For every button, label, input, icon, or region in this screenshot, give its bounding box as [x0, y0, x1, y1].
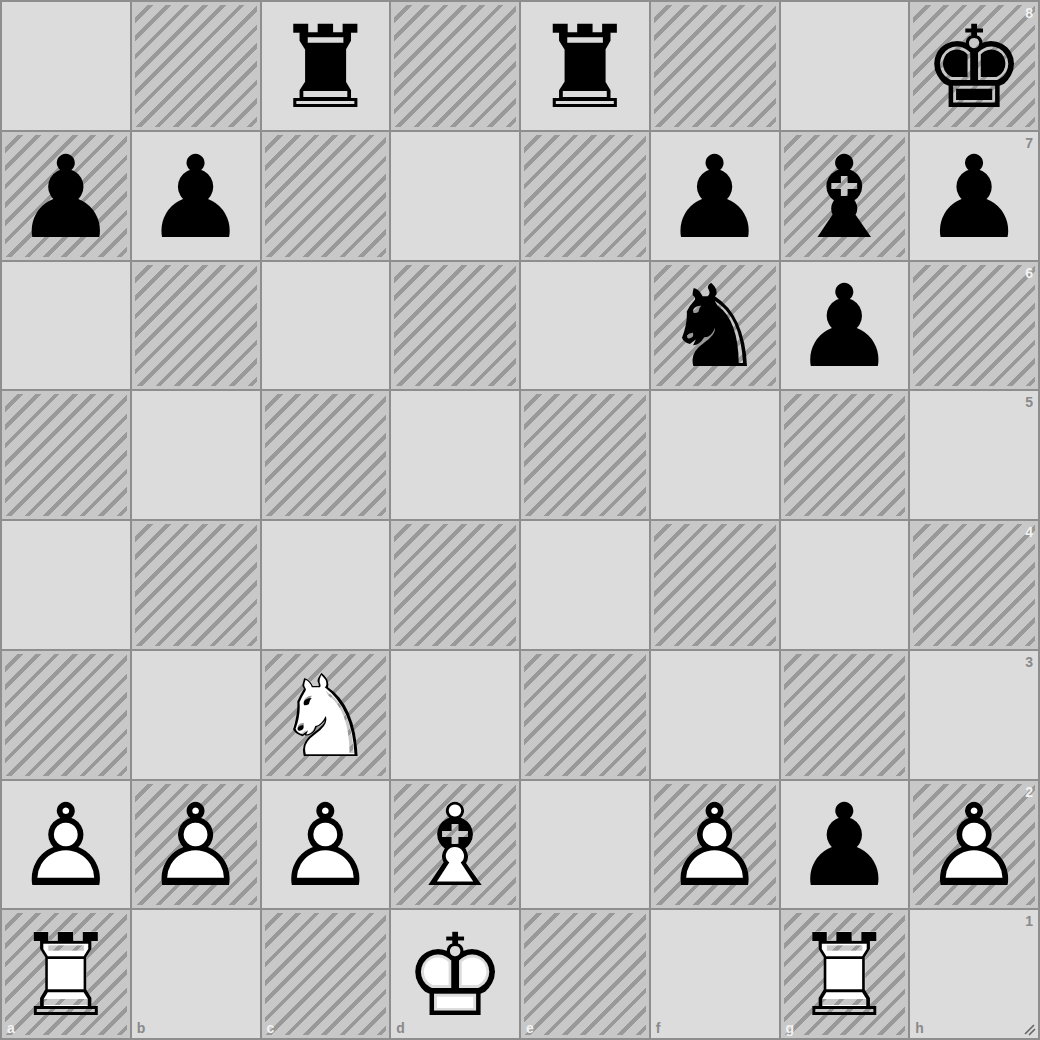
square-e5[interactable] — [521, 391, 649, 519]
white-pawn[interactable]: ♟♙ — [4, 789, 127, 903]
white-pawn[interactable]: ♟♙ — [653, 789, 776, 903]
square-b8[interactable] — [132, 2, 260, 130]
file-label-h: h — [915, 1020, 924, 1036]
white-bishop[interactable]: ♝♗ — [394, 789, 517, 903]
rank-label-3: 3 — [1025, 654, 1033, 670]
black-pawn[interactable]: ♟ — [4, 141, 127, 255]
square-d4[interactable] — [391, 521, 519, 649]
square-a8[interactable] — [2, 2, 130, 130]
square-g3[interactable] — [781, 651, 909, 779]
square-c8[interactable]: ♜ — [262, 2, 390, 130]
square-g7[interactable]: ♝ — [781, 132, 909, 260]
square-e7[interactable] — [521, 132, 649, 260]
rank-label-7: 7 — [1025, 135, 1033, 151]
square-d8[interactable] — [391, 2, 519, 130]
file-label-e: e — [526, 1020, 534, 1036]
square-a6[interactable] — [2, 262, 130, 390]
white-rook[interactable]: ♜♖ — [783, 919, 906, 1033]
square-h8[interactable]: ♚8 — [910, 2, 1038, 130]
square-b7[interactable]: ♟ — [132, 132, 260, 260]
file-label-f: f — [656, 1020, 661, 1036]
chess-board: ♜♜♚8♟♟♟♝♟7♞♟654♞♘3♟♙♟♙♟♙♝♗♟♙♟♟♙2♜♖abc♚♔d… — [0, 0, 1040, 1040]
white-pawn[interactable]: ♟♙ — [264, 789, 387, 903]
square-f2[interactable]: ♟♙ — [651, 781, 779, 909]
square-b6[interactable] — [132, 262, 260, 390]
square-c6[interactable] — [262, 262, 390, 390]
black-rook[interactable]: ♜ — [523, 11, 646, 125]
square-g4[interactable] — [781, 521, 909, 649]
square-e2[interactable] — [521, 781, 649, 909]
black-pawn[interactable]: ♟ — [913, 141, 1036, 255]
file-label-b: b — [137, 1020, 146, 1036]
square-c3[interactable]: ♞♘ — [262, 651, 390, 779]
square-b1[interactable]: b — [132, 910, 260, 1038]
square-d6[interactable] — [391, 262, 519, 390]
square-b3[interactable] — [132, 651, 260, 779]
square-h5[interactable]: 5 — [910, 391, 1038, 519]
rank-label-8: 8 — [1025, 5, 1033, 21]
square-c4[interactable] — [262, 521, 390, 649]
rank-label-1: 1 — [1025, 913, 1033, 929]
white-rook[interactable]: ♜♖ — [4, 919, 127, 1033]
square-g1[interactable]: ♜♖g — [781, 910, 909, 1038]
square-a7[interactable]: ♟ — [2, 132, 130, 260]
black-pawn[interactable]: ♟ — [134, 141, 257, 255]
square-g2[interactable]: ♟ — [781, 781, 909, 909]
square-f6[interactable]: ♞ — [651, 262, 779, 390]
board-resize-handle[interactable] — [1021, 1021, 1037, 1037]
square-e3[interactable] — [521, 651, 649, 779]
black-rook[interactable]: ♜ — [264, 11, 387, 125]
black-pawn[interactable]: ♟ — [783, 270, 906, 384]
white-pawn[interactable]: ♟♙ — [134, 789, 257, 903]
square-h6[interactable]: 6 — [910, 262, 1038, 390]
square-d2[interactable]: ♝♗ — [391, 781, 519, 909]
square-a4[interactable] — [2, 521, 130, 649]
square-c2[interactable]: ♟♙ — [262, 781, 390, 909]
square-d1[interactable]: ♚♔d — [391, 910, 519, 1038]
resize-icon — [1021, 1021, 1037, 1037]
square-f7[interactable]: ♟ — [651, 132, 779, 260]
rank-label-2: 2 — [1025, 784, 1033, 800]
square-c1[interactable]: c — [262, 910, 390, 1038]
square-e1[interactable]: e — [521, 910, 649, 1038]
square-d7[interactable] — [391, 132, 519, 260]
square-h3[interactable]: 3 — [910, 651, 1038, 779]
square-h7[interactable]: ♟7 — [910, 132, 1038, 260]
rank-label-4: 4 — [1025, 524, 1033, 540]
black-bishop[interactable]: ♝ — [783, 141, 906, 255]
square-a3[interactable] — [2, 651, 130, 779]
black-pawn[interactable]: ♟ — [783, 789, 906, 903]
square-f5[interactable] — [651, 391, 779, 519]
square-h1[interactable]: 1h — [910, 910, 1038, 1038]
square-a1[interactable]: ♜♖a — [2, 910, 130, 1038]
square-e8[interactable]: ♜ — [521, 2, 649, 130]
black-pawn[interactable]: ♟ — [653, 141, 776, 255]
rank-label-6: 6 — [1025, 265, 1033, 281]
square-e6[interactable] — [521, 262, 649, 390]
white-pawn[interactable]: ♟♙ — [913, 789, 1036, 903]
file-label-d: d — [396, 1020, 405, 1036]
black-knight[interactable]: ♞ — [653, 270, 776, 384]
white-king[interactable]: ♚♔ — [394, 919, 517, 1033]
square-g6[interactable]: ♟ — [781, 262, 909, 390]
square-b4[interactable] — [132, 521, 260, 649]
black-king[interactable]: ♚ — [913, 11, 1036, 125]
square-a2[interactable]: ♟♙ — [2, 781, 130, 909]
square-f8[interactable] — [651, 2, 779, 130]
square-c5[interactable] — [262, 391, 390, 519]
file-label-g: g — [786, 1020, 795, 1036]
square-a5[interactable] — [2, 391, 130, 519]
file-label-a: a — [7, 1020, 15, 1036]
square-f3[interactable] — [651, 651, 779, 779]
file-label-c: c — [267, 1020, 275, 1036]
square-c7[interactable] — [262, 132, 390, 260]
square-b2[interactable]: ♟♙ — [132, 781, 260, 909]
square-f4[interactable] — [651, 521, 779, 649]
square-f1[interactable]: f — [651, 910, 779, 1038]
square-g8[interactable] — [781, 2, 909, 130]
square-d5[interactable] — [391, 391, 519, 519]
square-h4[interactable]: 4 — [910, 521, 1038, 649]
square-b5[interactable] — [132, 391, 260, 519]
white-knight[interactable]: ♞♘ — [264, 660, 387, 774]
square-d3[interactable] — [391, 651, 519, 779]
square-g5[interactable] — [781, 391, 909, 519]
square-h2[interactable]: ♟♙2 — [910, 781, 1038, 909]
square-e4[interactable] — [521, 521, 649, 649]
rank-label-5: 5 — [1025, 394, 1033, 410]
